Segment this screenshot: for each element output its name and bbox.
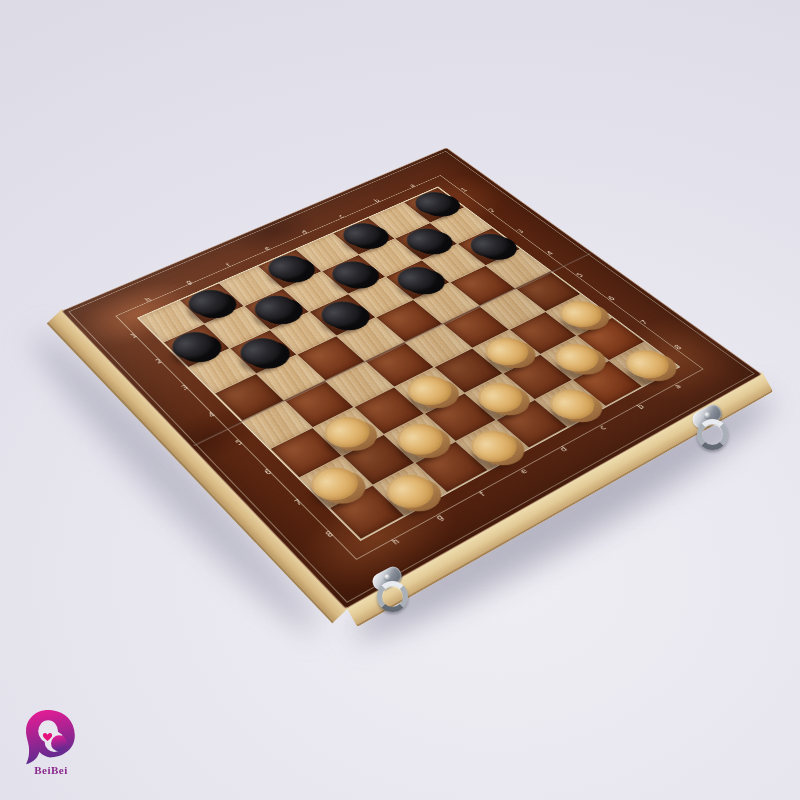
- baby-head: [51, 735, 67, 751]
- board-scene: 1122334455667788hhggffeeddccbbaa: [0, 0, 800, 800]
- clasp-ring: [377, 581, 408, 612]
- clasp-knob: [384, 574, 391, 581]
- product-photo: 1122334455667788hhggffeeddccbbaa BeiBei: [0, 0, 800, 800]
- clasp-knob: [704, 412, 711, 419]
- clasp-ring: [697, 419, 728, 450]
- beibei-logo-text: BeiBei: [22, 764, 80, 776]
- checkers-board: 1122334455667788hhggffeeddccbbaa: [61, 148, 762, 610]
- beibei-logo-icon: [22, 708, 80, 772]
